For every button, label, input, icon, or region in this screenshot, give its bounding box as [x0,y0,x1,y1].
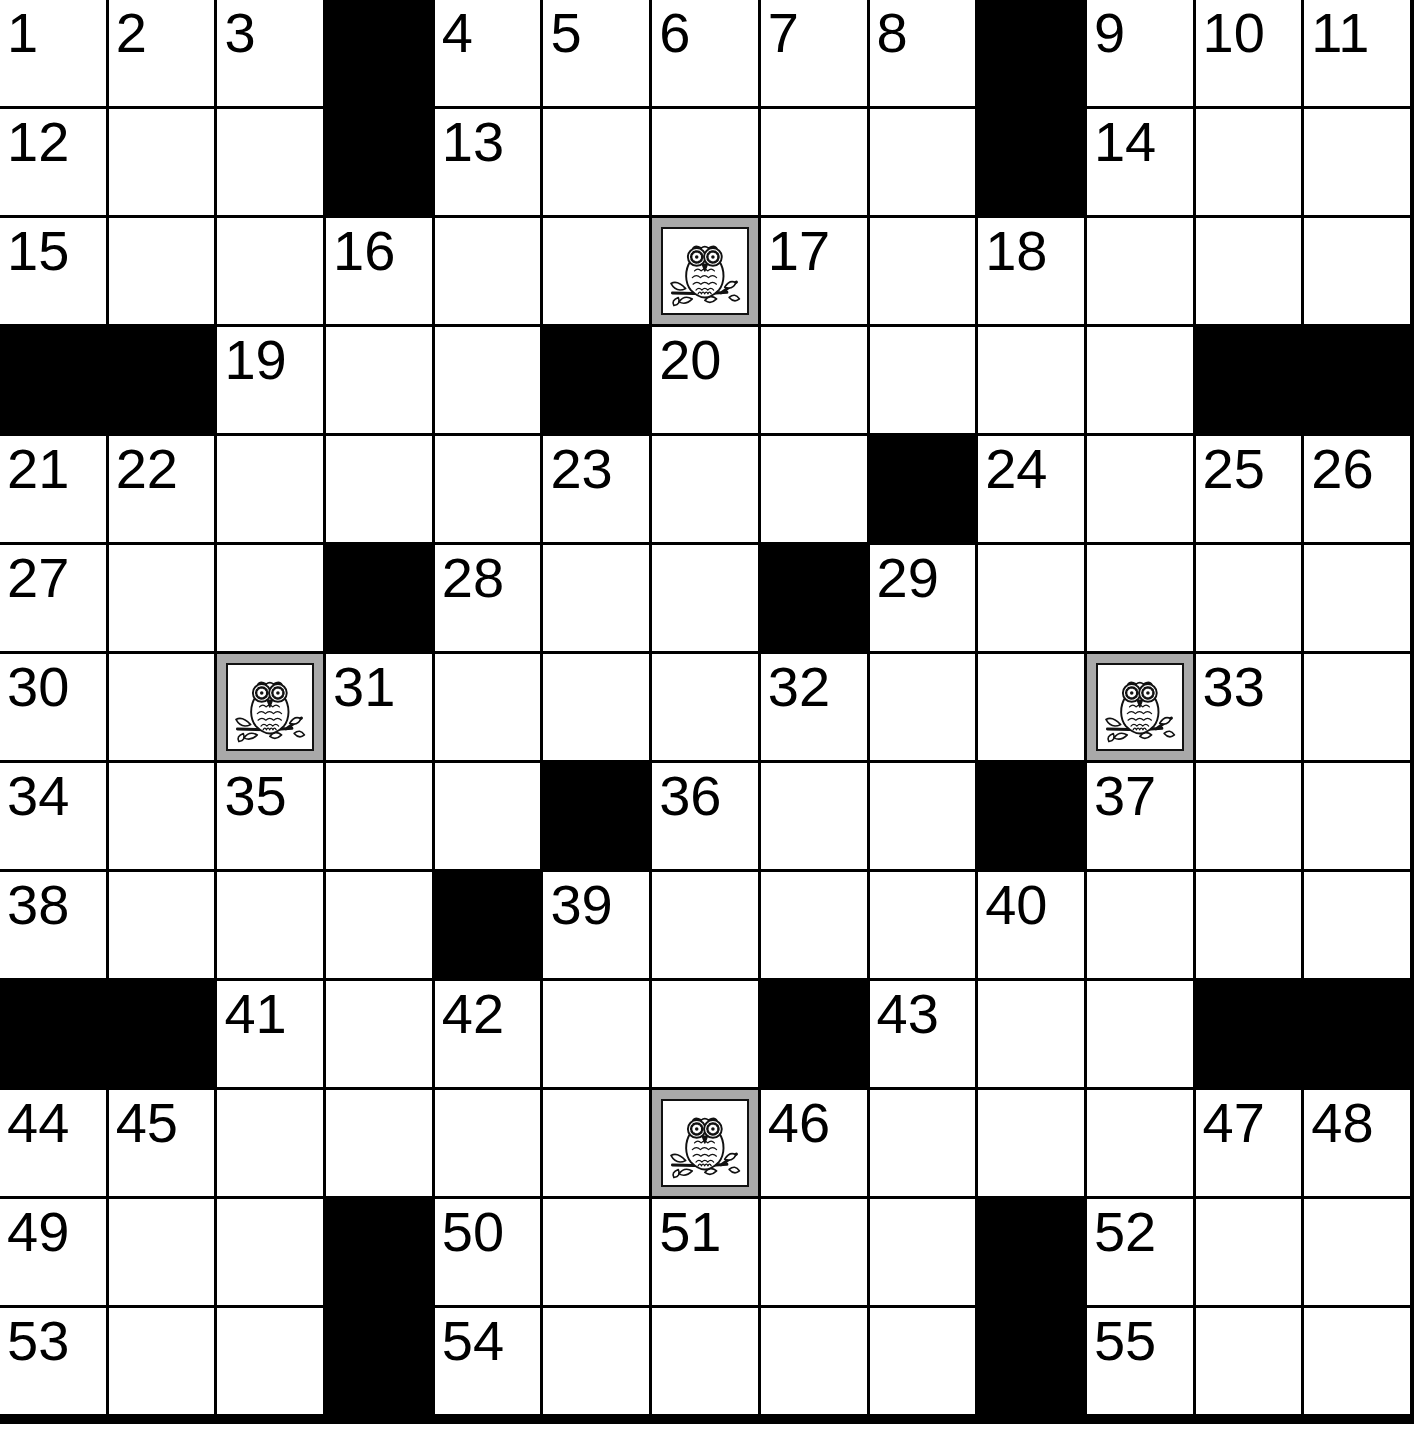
cell[interactable] [870,872,976,978]
cell[interactable]: 15 [0,218,106,324]
cell[interactable] [870,1308,976,1414]
owl-cell [652,218,758,324]
cell[interactable] [109,654,215,760]
black-cell [761,981,867,1087]
clue-number: 54 [442,1309,504,1373]
cell[interactable]: 53 [0,1308,106,1414]
cell[interactable] [978,545,1084,651]
clue-number: 43 [877,982,939,1046]
clue-number: 3 [224,1,255,65]
clue-number: 24 [985,437,1047,501]
cell[interactable] [1087,327,1193,433]
cell[interactable]: 17 [761,218,867,324]
clue-number: 47 [1203,1091,1265,1155]
cell[interactable] [1304,872,1410,978]
clue-number: 12 [7,110,69,174]
crossword-board: 12345678910111213141516 [0,0,1414,1424]
clue-number: 53 [7,1309,69,1373]
cell[interactable]: 23 [543,436,649,542]
cell[interactable] [1087,981,1193,1087]
cell[interactable] [1196,872,1302,978]
cell[interactable]: 14 [1087,109,1193,215]
cell[interactable] [435,436,541,542]
cell[interactable] [326,1090,432,1196]
cell[interactable] [435,654,541,760]
cell[interactable]: 42 [435,981,541,1087]
clue-number: 18 [985,219,1047,283]
cell[interactable] [109,218,215,324]
cell[interactable] [543,109,649,215]
cell[interactable] [761,763,867,869]
clue-number: 5 [550,1,581,65]
clue-number: 16 [333,219,395,283]
cell[interactable] [109,1308,215,1414]
clue-number: 8 [877,1,908,65]
cell[interactable]: 29 [870,545,976,651]
cell[interactable]: 32 [761,654,867,760]
cell[interactable]: 52 [1087,1199,1193,1305]
cell[interactable] [1304,109,1410,215]
cell[interactable]: 2 [109,0,215,106]
cell[interactable] [652,981,758,1087]
cell[interactable] [326,872,432,978]
cell[interactable]: 19 [217,327,323,433]
clue-number: 34 [7,764,69,828]
clue-number: 26 [1311,437,1373,501]
cell[interactable] [1304,1308,1410,1414]
cell[interactable]: 51 [652,1199,758,1305]
cell[interactable] [217,436,323,542]
clue-number: 20 [659,328,721,392]
clue-number: 52 [1094,1200,1156,1264]
cell[interactable] [870,109,976,215]
black-cell [978,1199,1084,1305]
cell[interactable] [543,654,649,760]
cell[interactable] [1196,763,1302,869]
cell[interactable] [978,1090,1084,1196]
cell[interactable]: 21 [0,436,106,542]
cell[interactable]: 55 [1087,1308,1193,1414]
cell[interactable] [1196,1308,1302,1414]
cell[interactable] [652,436,758,542]
cell[interactable]: 13 [435,109,541,215]
owl-icon [233,670,307,744]
cell[interactable] [1304,218,1410,324]
clue-number: 9 [1094,1,1125,65]
clue-number: 44 [7,1091,69,1155]
cell[interactable]: 30 [0,654,106,760]
cell[interactable] [870,763,976,869]
black-cell [543,327,649,433]
cell[interactable] [543,1199,649,1305]
cell[interactable]: 20 [652,327,758,433]
clue-number: 27 [7,546,69,610]
clue-number: 25 [1203,437,1265,501]
clue-number: 46 [768,1091,830,1155]
cell[interactable] [109,545,215,651]
clue-number: 35 [224,764,286,828]
cell[interactable] [326,763,432,869]
owl-icon [668,234,742,308]
cell[interactable] [543,545,649,651]
bottom-margin [0,1424,1414,1448]
clue-number: 13 [442,110,504,174]
cell[interactable]: 34 [0,763,106,869]
cell[interactable]: 44 [0,1090,106,1196]
cell[interactable] [978,327,1084,433]
cell[interactable]: 4 [435,0,541,106]
clue-number: 7 [768,1,799,65]
clue-number: 22 [116,437,178,501]
cell[interactable] [652,109,758,215]
cell[interactable]: 25 [1196,436,1302,542]
cell[interactable] [1304,1199,1410,1305]
owl-frame [226,663,314,751]
cell[interactable] [543,981,649,1087]
cell[interactable] [326,327,432,433]
cell[interactable]: 11 [1304,0,1410,106]
cell[interactable] [109,1199,215,1305]
owl-frame [661,227,749,315]
black-cell [109,981,215,1087]
cell[interactable]: 8 [870,0,976,106]
cell[interactable] [870,327,976,433]
cell[interactable]: 50 [435,1199,541,1305]
cell[interactable]: 16 [326,218,432,324]
clue-number: 45 [116,1091,178,1155]
cell[interactable] [761,327,867,433]
clue-number: 33 [1203,655,1265,719]
clue-number: 21 [7,437,69,501]
cell[interactable] [870,1090,976,1196]
crossword-page: 12345678910111213141516 [0,0,1414,1448]
cell[interactable] [1087,218,1193,324]
cell[interactable]: 6 [652,0,758,106]
cell[interactable] [870,654,976,760]
black-cell [543,763,649,869]
black-cell [870,436,976,542]
black-cell [326,0,432,106]
cell[interactable] [1196,545,1302,651]
cell[interactable] [326,436,432,542]
cell[interactable] [435,1090,541,1196]
cell[interactable]: 45 [109,1090,215,1196]
cell[interactable] [652,872,758,978]
clue-number: 4 [442,1,473,65]
cell[interactable]: 1 [0,0,106,106]
clue-number: 31 [333,655,395,719]
owl-frame [661,1099,749,1187]
clue-number: 39 [550,873,612,937]
cell[interactable] [761,109,867,215]
cell[interactable] [217,545,323,651]
cell[interactable] [652,1308,758,1414]
cell[interactable]: 49 [0,1199,106,1305]
cell[interactable] [1304,654,1410,760]
cell[interactable] [1196,218,1302,324]
clue-number: 51 [659,1200,721,1264]
owl-cell [652,1090,758,1196]
cell[interactable] [1087,436,1193,542]
owl-icon [668,1106,742,1180]
cell[interactable] [652,654,758,760]
cell[interactable] [761,1199,867,1305]
cell[interactable] [978,981,1084,1087]
clue-number: 29 [877,546,939,610]
clue-number: 30 [7,655,69,719]
black-cell [0,981,106,1087]
cell[interactable] [217,109,323,215]
black-cell [326,1199,432,1305]
cell[interactable]: 3 [217,0,323,106]
cell[interactable] [543,1090,649,1196]
clue-number: 55 [1094,1309,1156,1373]
cell[interactable] [217,1090,323,1196]
cell[interactable]: 18 [978,218,1084,324]
cell[interactable] [1087,545,1193,651]
cell[interactable] [109,763,215,869]
cell[interactable] [870,1199,976,1305]
cell[interactable] [109,872,215,978]
clue-number: 14 [1094,110,1156,174]
black-cell [0,327,106,433]
cell[interactable] [435,763,541,869]
cell[interactable]: 54 [435,1308,541,1414]
cell[interactable]: 24 [978,436,1084,542]
clue-number: 41 [224,982,286,1046]
cell[interactable]: 47 [1196,1090,1302,1196]
owl-icon [1103,670,1177,744]
cell[interactable] [543,1308,649,1414]
clue-number: 48 [1311,1091,1373,1155]
cell[interactable] [217,872,323,978]
clue-number: 10 [1203,1,1265,65]
cell[interactable] [1304,545,1410,651]
cell[interactable]: 10 [1196,0,1302,106]
clue-number: 38 [7,873,69,937]
cell[interactable] [761,1308,867,1414]
cell[interactable]: 38 [0,872,106,978]
black-cell [978,1308,1084,1414]
cell[interactable]: 39 [543,872,649,978]
cell[interactable]: 31 [326,654,432,760]
cell[interactable]: 12 [0,109,106,215]
clue-number: 2 [116,1,147,65]
cell[interactable] [217,218,323,324]
owl-cell [1087,654,1193,760]
cell[interactable] [217,1308,323,1414]
cell[interactable] [217,1199,323,1305]
clue-number: 6 [659,1,690,65]
cell[interactable]: 35 [217,763,323,869]
clue-number: 11 [1311,1,1369,65]
cell[interactable] [435,327,541,433]
cell[interactable]: 27 [0,545,106,651]
black-cell [326,545,432,651]
cell[interactable]: 41 [217,981,323,1087]
black-cell [435,872,541,978]
clue-number: 42 [442,982,504,1046]
black-cell [978,763,1084,869]
cell[interactable] [870,218,976,324]
clue-number: 17 [768,219,830,283]
cell[interactable] [1196,109,1302,215]
cell[interactable] [1196,1199,1302,1305]
owl-cell [217,654,323,760]
cell[interactable] [543,218,649,324]
cell[interactable]: 37 [1087,763,1193,869]
cell[interactable] [1087,1090,1193,1196]
clue-number: 23 [550,437,612,501]
black-cell [1304,981,1410,1087]
black-cell [978,109,1084,215]
cell[interactable]: 28 [435,545,541,651]
black-cell [1304,327,1410,433]
black-cell [326,109,432,215]
clue-number: 36 [659,764,721,828]
black-cell [1196,327,1302,433]
black-cell [109,327,215,433]
black-cell [1196,981,1302,1087]
cell[interactable]: 48 [1304,1090,1410,1196]
cell[interactable] [761,872,867,978]
cell[interactable]: 22 [109,436,215,542]
clue-number: 1 [7,1,38,65]
black-cell [761,545,867,651]
cell[interactable]: 43 [870,981,976,1087]
clue-number: 28 [442,546,504,610]
owl-frame [1096,663,1184,751]
cell[interactable]: 40 [978,872,1084,978]
cell[interactable] [652,545,758,651]
cell[interactable] [761,436,867,542]
clue-number: 19 [224,328,286,392]
clue-number: 15 [7,219,69,283]
clue-number: 50 [442,1200,504,1264]
cell[interactable]: 36 [652,763,758,869]
cell[interactable]: 26 [1304,436,1410,542]
cell[interactable]: 9 [1087,0,1193,106]
cell[interactable]: 33 [1196,654,1302,760]
clue-number: 32 [768,655,830,719]
black-cell [326,1308,432,1414]
cell[interactable] [1087,872,1193,978]
cell[interactable]: 46 [761,1090,867,1196]
cell[interactable] [435,218,541,324]
cell[interactable] [109,109,215,215]
clue-number: 37 [1094,764,1156,828]
cell[interactable]: 5 [543,0,649,106]
clue-number: 49 [7,1200,69,1264]
cell[interactable] [978,654,1084,760]
clue-number: 40 [985,873,1047,937]
cell[interactable] [326,981,432,1087]
black-cell [978,0,1084,106]
cell[interactable] [1304,763,1410,869]
cell[interactable]: 7 [761,0,867,106]
